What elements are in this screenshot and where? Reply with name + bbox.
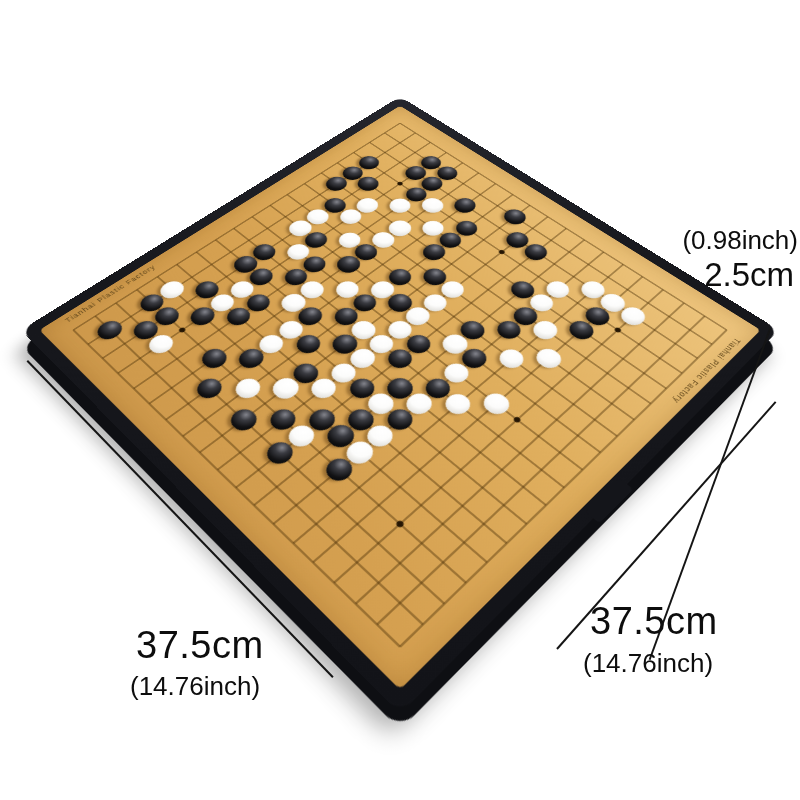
grid-line: [73, 123, 400, 330]
width-right-cm-label: 37.5cm: [590, 600, 718, 643]
thickness-inch-label: (0.98inch): [682, 225, 798, 256]
width-left-inch-label: (14.76inch): [130, 671, 260, 702]
product-photo: Tianhai Plastic Factory Tianhai Plastic …: [0, 0, 800, 800]
thickness-cm-label: 2.5cm: [704, 256, 794, 294]
grid-line: [353, 152, 682, 373]
grid-line: [400, 123, 727, 330]
width-right-inch-label: (14.76inch): [583, 648, 713, 679]
width-left-cm-label: 37.5cm: [136, 624, 264, 667]
